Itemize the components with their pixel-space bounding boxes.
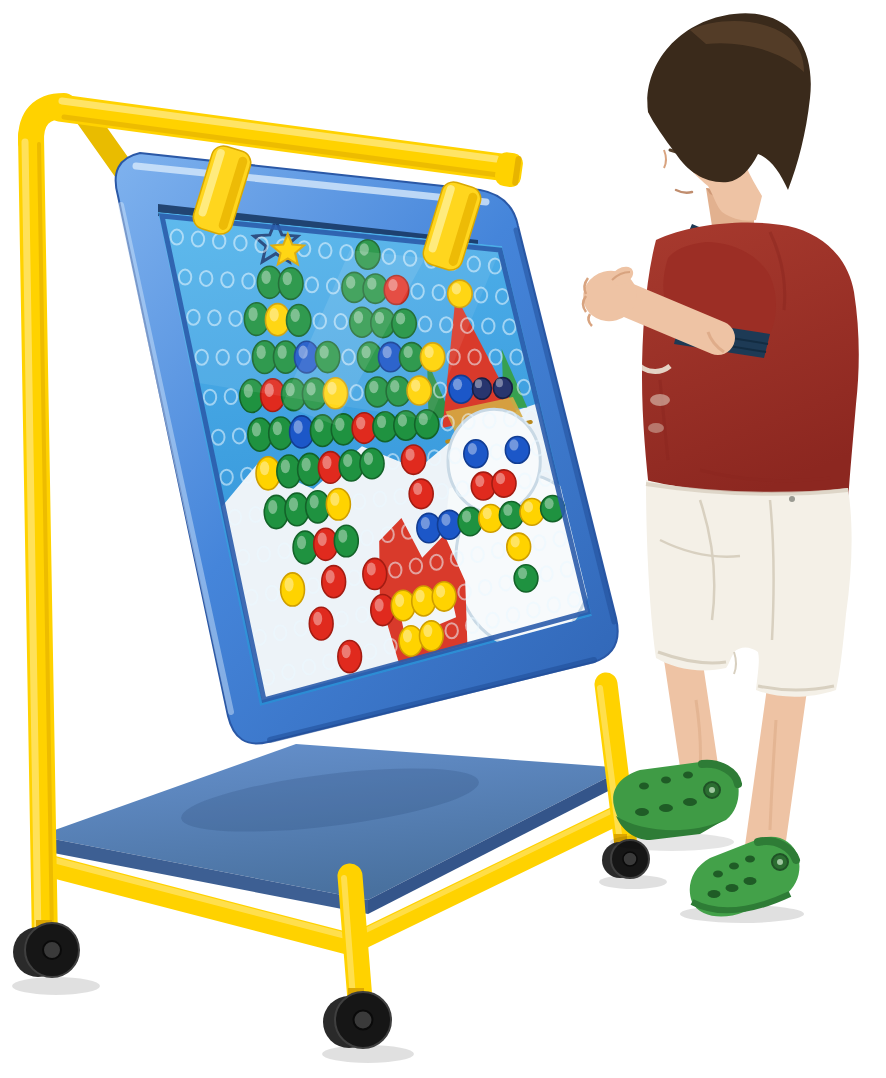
peg-R [309, 607, 333, 640]
peg-B [464, 440, 488, 468]
peg-Y [419, 621, 443, 651]
peg-R [338, 640, 362, 672]
caster-wheel-center [322, 988, 414, 1063]
boy: TY [577, 13, 858, 923]
peg-B [449, 375, 473, 403]
shorts-button [789, 496, 795, 502]
peg-Y [507, 533, 531, 560]
boy-mouth [676, 190, 692, 193]
peg-B [505, 437, 529, 464]
peg-G [514, 565, 538, 592]
peg-R [401, 445, 425, 474]
boy-leg-front [764, 682, 788, 854]
peg-Y [399, 626, 423, 657]
peg-N [472, 378, 491, 399]
peg-Y [412, 586, 436, 616]
scene: TY [0, 0, 886, 1078]
peg-R [409, 479, 433, 508]
pegboard-panel [116, 143, 618, 743]
croc-back [613, 762, 739, 840]
peg-G [334, 525, 358, 557]
peg-Y [326, 488, 350, 520]
peg-N [493, 378, 512, 399]
boy-nose-shade [664, 150, 666, 168]
peg-Y [432, 582, 456, 611]
caster-wheel-left [12, 920, 100, 995]
photo-stage: TY [0, 0, 886, 1078]
peg-G [360, 448, 384, 479]
peg-R [363, 558, 387, 589]
peg-Y [281, 573, 305, 606]
peg-R [492, 470, 516, 497]
peg-R [322, 566, 346, 598]
boy-shorts [646, 480, 852, 697]
